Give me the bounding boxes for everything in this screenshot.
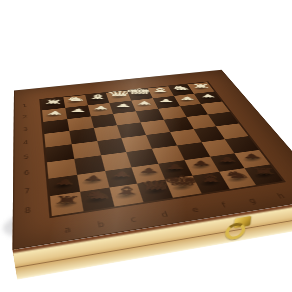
square-c8[interactable]: ♝	[109, 184, 144, 207]
piece-contact-shadow	[54, 199, 80, 210]
rank-label: 6	[24, 170, 30, 177]
file-label: e	[191, 206, 200, 214]
square-b4[interactable]	[69, 128, 97, 144]
piece-black-pawn[interactable]: ♟	[60, 175, 125, 182]
piece-contact-shadow	[225, 174, 250, 183]
file-label: h	[276, 192, 287, 200]
square-h8[interactable]: ♜	[245, 165, 283, 185]
square-d8[interactable]: ♛	[137, 180, 173, 202]
piece-black-pawn[interactable]: ♟	[144, 164, 207, 171]
square-c5[interactable]	[97, 138, 127, 155]
square-d7[interactable]: ♟	[132, 163, 166, 183]
square-h6[interactable]	[225, 136, 259, 153]
piece-contact-shadow	[81, 177, 105, 187]
square-d5[interactable]	[122, 135, 152, 152]
rank-label: 7	[24, 187, 30, 195]
square-f8[interactable]: ♝	[192, 172, 229, 193]
piece-contact-shadow	[189, 162, 213, 171]
piece-contact-shadow	[198, 178, 224, 188]
piece-contact-shadow	[109, 173, 133, 182]
piece-black-bishop[interactable]: ♝	[93, 185, 160, 196]
piece-black-pawn[interactable]: ♟	[170, 160, 232, 166]
square-c6[interactable]	[100, 152, 131, 171]
piece-black-knight[interactable]: ♞	[204, 170, 270, 179]
square-g7[interactable]: ♟	[210, 153, 245, 172]
square-a5[interactable]	[46, 144, 74, 162]
piece-contact-shadow	[136, 169, 160, 178]
piece-black-pawn[interactable]: ♟	[89, 171, 153, 178]
square-d6[interactable]	[126, 149, 158, 167]
piece-black-pawn[interactable]: ♟	[196, 157, 258, 163]
piece-contact-shadow	[142, 186, 168, 196]
square-a7[interactable]: ♟	[48, 175, 79, 197]
piece-contact-shadow	[163, 166, 187, 175]
square-e6[interactable]	[152, 145, 184, 163]
square-g8[interactable]: ♞	[219, 168, 256, 189]
piece-black-rook[interactable]: ♜	[230, 167, 292, 175]
piece-black-rook[interactable]: ♜	[32, 195, 102, 205]
square-e7[interactable]: ♟	[158, 160, 192, 180]
piece-black-pawn[interactable]: ♟	[117, 168, 180, 175]
file-label: c	[129, 215, 137, 224]
square-h5[interactable]	[216, 123, 248, 139]
rank-label: 4	[23, 140, 28, 146]
product-photo-chess-set: ♜♞♝♛♚♝♞♜♟♟♟♟♟♟♟♟♟♟♟♟♟♟♟♟♜♞♝♛♚♝♞♜ abcdefg…	[0, 0, 292, 292]
file-label: b	[97, 220, 105, 229]
square-b8[interactable]: ♞	[80, 188, 114, 212]
square-a8[interactable]: ♜	[50, 192, 83, 216]
square-b6[interactable]	[74, 155, 105, 174]
square-b7[interactable]: ♟	[77, 171, 109, 192]
file-label: d	[160, 211, 169, 220]
square-b5[interactable]	[71, 141, 100, 159]
rank-coordinates: 12345678	[22, 100, 31, 222]
rank-label: 2	[22, 115, 27, 120]
file-label: a	[64, 226, 72, 235]
scene: ♜♞♝♛♚♝♞♜♟♟♟♟♟♟♟♟♟♟♟♟♟♟♟♟♜♞♝♛♚♝♞♜ abcdefg…	[0, 0, 292, 292]
square-g6[interactable]	[201, 139, 234, 156]
board-grid: ♜♞♝♛♚♝♞♜♟♟♟♟♟♟♟♟♟♟♟♟♟♟♟♟♜♞♝♛♚♝♞♜	[39, 81, 286, 218]
square-c7[interactable]: ♟	[105, 167, 138, 188]
rank-label: 5	[23, 154, 29, 160]
piece-black-pawn[interactable]: ♟	[221, 153, 283, 159]
piece-white-rook[interactable]: ♜	[28, 99, 80, 104]
rank-label: 8	[24, 207, 31, 215]
piece-black-king[interactable]: ♚	[150, 174, 216, 187]
square-h7[interactable]: ♟	[234, 150, 270, 169]
piece-black-bishop[interactable]: ♝	[178, 174, 244, 184]
piece-contact-shadow	[240, 155, 264, 163]
square-f7[interactable]: ♟	[184, 156, 219, 175]
piece-contact-shadow	[251, 171, 276, 180]
piece-white-pawn[interactable]: ♟	[28, 111, 81, 116]
piece-contact-shadow	[113, 191, 139, 201]
piece-contact-shadow	[171, 182, 197, 192]
square-f6[interactable]	[177, 142, 210, 160]
clasp-hook-icon	[225, 221, 246, 240]
piece-contact-shadow	[84, 195, 110, 206]
piece-contact-shadow	[52, 181, 76, 191]
rank-label: 1	[22, 104, 27, 108]
piece-black-knight[interactable]: ♞	[63, 190, 132, 200]
piece-black-pawn[interactable]: ♟	[31, 179, 97, 186]
piece-contact-shadow	[215, 159, 239, 168]
piece-black-queen[interactable]: ♛	[122, 179, 189, 191]
square-e8[interactable]: ♚	[165, 176, 201, 198]
file-label: f	[221, 202, 228, 210]
brass-clasp	[225, 215, 255, 242]
file-label: g	[247, 197, 257, 205]
square-a4[interactable]	[44, 131, 71, 147]
rank-label: 3	[23, 127, 28, 132]
square-a6[interactable]	[47, 159, 77, 179]
folding-chess-box: ♜♞♝♛♚♝♞♜♟♟♟♟♟♟♟♟♟♟♟♟♟♟♟♟♜♞♝♛♚♝♞♜ abcdefg…	[13, 70, 292, 250]
